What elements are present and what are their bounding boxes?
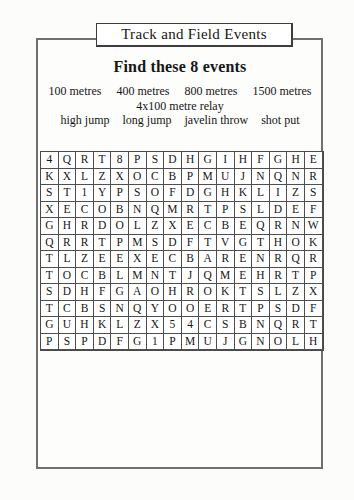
grid-cell-r5c15: N [287, 218, 305, 235]
grid-cell-r1c3: R [76, 152, 94, 169]
grid-cell-r9c10: O [199, 284, 217, 301]
grid-cell-r3c15: Z [287, 185, 305, 202]
grid-cell-r4c7: Q [147, 202, 165, 219]
grid-cell-r11c10: C [199, 317, 217, 334]
grid-cell-r11c13: N [252, 317, 270, 334]
grid-cell-r5c5: O [111, 218, 129, 235]
grid-cell-r8c12: E [235, 268, 253, 285]
grid-cell-r2c16: R [305, 169, 323, 186]
grid-cell-r12c11: J [217, 334, 235, 351]
word-javelin-throw: javelin throw [185, 113, 249, 128]
grid-cell-r1c9: H [182, 152, 200, 169]
grid-cell-r6c9: F [182, 235, 200, 252]
word-high-jump: high jump [60, 113, 109, 128]
grid-cell-r5c3: R [76, 218, 94, 235]
grid-cell-r10c4: S [94, 301, 112, 318]
grid-cell-r3c6: S [129, 185, 147, 202]
word-long-jump: long jump [123, 113, 172, 128]
grid-cell-r2c7: C [147, 169, 165, 186]
grid-cell-r8c14: R [270, 268, 288, 285]
grid-cell-r4c12: S [235, 202, 253, 219]
grid-cell-r5c14: R [270, 218, 288, 235]
grid-cell-r9c6: A [129, 284, 147, 301]
grid-cell-r10c12: T [235, 301, 253, 318]
grid-cell-r2c3: L [76, 169, 94, 186]
grid-cell-r8c9: J [182, 268, 200, 285]
grid-cell-r10c13: P [252, 301, 270, 318]
word-shot-put: shot put [261, 113, 299, 128]
grid-cell-r12c10: U [199, 334, 217, 351]
grid-cell-r5c10: C [199, 218, 217, 235]
grid-cell-r2c10: M [199, 169, 217, 186]
grid-cell-r4c8: M [164, 202, 182, 219]
grid-cell-r1c2: Q [59, 152, 77, 169]
puzzle-heading: Find these 8 events [36, 58, 324, 76]
grid-cell-r2c6: O [129, 169, 147, 186]
grid-cell-r6c4: T [94, 235, 112, 252]
grid-cell-r1c10: G [199, 152, 217, 169]
grid-cell-r3c2: T [59, 185, 77, 202]
grid-cell-r8c1: T [41, 268, 59, 285]
grid-cell-r11c3: H [76, 317, 94, 334]
grid-cell-r7c9: B [182, 251, 200, 268]
grid-cell-r12c12: G [235, 334, 253, 351]
worksheet-page: { "game": "word-search", "title": "Track… [0, 0, 354, 500]
grid-cell-r2c12: J [235, 169, 253, 186]
grid-cell-r6c8: D [164, 235, 182, 252]
grid-cell-r7c10: A [199, 251, 217, 268]
grid-cell-r2c1: K [41, 169, 59, 186]
grid-cell-r7c8: C [164, 251, 182, 268]
word-400-metres: 400 metres [117, 84, 170, 99]
word-list-line-3: high jump long jump javelin throw shot p… [36, 113, 324, 128]
page-title: Track and Field Events [121, 26, 267, 43]
grid-cell-r1c5: 8 [111, 152, 129, 169]
grid-cell-r5c8: X [164, 218, 182, 235]
grid-cell-r12c9: M [182, 334, 200, 351]
grid-cell-r12c6: G [129, 334, 147, 351]
grid-cell-r6c11: V [217, 235, 235, 252]
grid-cell-r5c2: H [59, 218, 77, 235]
grid-cell-r10c7: Y [147, 301, 165, 318]
grid-cell-r10c2: C [59, 301, 77, 318]
grid-cell-r8c15: T [287, 268, 305, 285]
word-1500-metres: 1500 metres [253, 84, 312, 99]
grid-cell-r9c8: H [164, 284, 182, 301]
grid-cell-r12c7: 1 [147, 334, 165, 351]
grid-cell-r1c12: H [235, 152, 253, 169]
grid-cell-r8c16: P [305, 268, 323, 285]
grid-cell-r8c6: M [129, 268, 147, 285]
grid-cell-r9c11: K [217, 284, 235, 301]
grid-cell-r3c13: L [252, 185, 270, 202]
grid-cell-r2c4: Z [94, 169, 112, 186]
grid-cell-r7c16: R [305, 251, 323, 268]
grid-cell-r2c8: B [164, 169, 182, 186]
word-100-metres: 100 metres [49, 84, 102, 99]
grid-cell-r12c8: P [164, 334, 182, 351]
grid-cell-r9c1: S [41, 284, 59, 301]
grid-cell-r7c6: X [129, 251, 147, 268]
word-list-line-1: 100 metres 400 metres 800 metres 1500 me… [36, 84, 324, 99]
grid-cell-r12c14: O [270, 334, 288, 351]
grid-cell-r4c10: T [199, 202, 217, 219]
grid-cell-r1c8: D [164, 152, 182, 169]
grid-cell-r12c2: S [59, 334, 77, 351]
grid-cell-r1c16: E [305, 152, 323, 169]
grid-cell-r7c11: R [217, 251, 235, 268]
grid-cell-r6c16: K [305, 235, 323, 252]
grid-cell-r4c1: X [41, 202, 59, 219]
grid-cell-r4c14: D [270, 202, 288, 219]
grid-cell-r6c13: T [252, 235, 270, 252]
grid-cell-r3c14: I [270, 185, 288, 202]
grid-cell-r3c9: D [182, 185, 200, 202]
grid-cell-r9c15: Z [287, 284, 305, 301]
grid-cell-r7c3: Z [76, 251, 94, 268]
grid-cell-r11c1: G [41, 317, 59, 334]
grid-cell-r3c7: O [147, 185, 165, 202]
grid-cell-r11c9: 4 [182, 317, 200, 334]
grid-cell-r10c5: N [111, 301, 129, 318]
word-list-line-2: 4x100 metre relay [36, 99, 324, 114]
grid-cell-r7c13: N [252, 251, 270, 268]
grid-cell-r7c14: R [270, 251, 288, 268]
grid-cell-r10c15: D [287, 301, 305, 318]
grid-cell-r1c11: I [217, 152, 235, 169]
grid-cell-r1c15: H [287, 152, 305, 169]
grid-cell-r3c8: F [164, 185, 182, 202]
grid-cell-r7c7: E [147, 251, 165, 268]
grid-cell-r5c1: G [41, 218, 59, 235]
grid-cell-r8c3: C [76, 268, 94, 285]
grid-cell-r4c3: C [76, 202, 94, 219]
grid-cell-r10c1: T [41, 301, 59, 318]
grid-cell-r2c9: P [182, 169, 200, 186]
grid-cell-r12c4: D [94, 334, 112, 351]
grid-cell-r3c1: S [41, 185, 59, 202]
grid-cell-r7c1: T [41, 251, 59, 268]
grid-cell-r9c16: X [305, 284, 323, 301]
grid-cell-r4c2: E [59, 202, 77, 219]
grid-cell-r11c2: U [59, 317, 77, 334]
grid-cell-r10c11: R [217, 301, 235, 318]
grid-cell-r4c16: F [305, 202, 323, 219]
grid-cell-r10c16: F [305, 301, 323, 318]
grid-cell-r3c11: H [217, 185, 235, 202]
grid-cell-r12c1: P [41, 334, 59, 351]
grid-cell-r2c5: X [111, 169, 129, 186]
grid-cell-r3c3: 1 [76, 185, 94, 202]
grid-cell-r9c7: O [147, 284, 165, 301]
grid-cell-r8c8: T [164, 268, 182, 285]
grid-cell-r12c3: P [76, 334, 94, 351]
grid-cell-r5c6: L [129, 218, 147, 235]
grid-cell-r12c15: L [287, 334, 305, 351]
grid-cell-r7c2: L [59, 251, 77, 268]
grid-cell-r9c4: F [94, 284, 112, 301]
grid-cell-r9c2: D [59, 284, 77, 301]
grid-cell-r11c4: K [94, 317, 112, 334]
grid-cell-r9c5: G [111, 284, 129, 301]
grid-cell-r11c6: Z [129, 317, 147, 334]
grid-cell-r4c15: E [287, 202, 305, 219]
grid-cell-r5c9: E [182, 218, 200, 235]
grid-cell-r2c14: Q [270, 169, 288, 186]
grid-cell-r12c16: H [305, 334, 323, 351]
grid-cell-r1c7: S [147, 152, 165, 169]
grid-cell-r3c12: K [235, 185, 253, 202]
grid-cell-r6c14: H [270, 235, 288, 252]
grid-cell-r11c15: R [287, 317, 305, 334]
grid-cell-r7c5: E [111, 251, 129, 268]
grid-cell-r3c16: S [305, 185, 323, 202]
grid-cell-r8c2: O [59, 268, 77, 285]
word-800-metres: 800 metres [185, 84, 238, 99]
grid-cell-r10c3: B [76, 301, 94, 318]
grid-cell-r6c15: O [287, 235, 305, 252]
grid-cell-r10c8: O [164, 301, 182, 318]
grid-cell-r8c5: L [111, 268, 129, 285]
grid-cell-r4c9: R [182, 202, 200, 219]
grid-cell-r11c11: S [217, 317, 235, 334]
grid-cell-r11c7: X [147, 317, 165, 334]
grid-cell-r3c5: P [111, 185, 129, 202]
title-box: Track and Field Events [96, 23, 293, 47]
grid-cell-r3c4: Y [94, 185, 112, 202]
grid-cell-r8c13: H [252, 268, 270, 285]
grid-cell-r10c14: S [270, 301, 288, 318]
grid-cell-r1c14: G [270, 152, 288, 169]
grid-cell-r4c11: P [217, 202, 235, 219]
grid-cell-r5c4: D [94, 218, 112, 235]
grid-cell-r7c15: Q [287, 251, 305, 268]
grid-cell-r7c12: E [235, 251, 253, 268]
grid-cell-r2c11: U [217, 169, 235, 186]
grid-cell-r7c4: E [94, 251, 112, 268]
grid-cell-r9c9: R [182, 284, 200, 301]
grid-cell-r10c10: E [199, 301, 217, 318]
word-4x100-metre-relay: 4x100 metre relay [136, 99, 223, 114]
grid-cell-r5c16: W [305, 218, 323, 235]
grid-cell-r6c12: G [235, 235, 253, 252]
grid-cell-r5c7: Z [147, 218, 165, 235]
grid-cell-r6c6: M [129, 235, 147, 252]
grid-cell-r6c5: P [111, 235, 129, 252]
grid-cell-r9c3: H [76, 284, 94, 301]
grid-cell-r11c5: L [111, 317, 129, 334]
grid-cell-r6c2: R [59, 235, 77, 252]
grid-cell-r2c15: N [287, 169, 305, 186]
grid-cell-r5c11: B [217, 218, 235, 235]
grid-cell-r6c10: T [199, 235, 217, 252]
grid-cell-r1c4: T [94, 152, 112, 169]
grid-cell-r11c16: T [305, 317, 323, 334]
grid-cell-r3c10: G [199, 185, 217, 202]
grid-cell-r12c13: N [252, 334, 270, 351]
grid-cell-r5c12: E [235, 218, 253, 235]
grid-cell-r9c12: T [235, 284, 253, 301]
grid-cell-r8c11: M [217, 268, 235, 285]
grid-cell-r10c6: Q [129, 301, 147, 318]
grid-cell-r6c3: R [76, 235, 94, 252]
grid-cell-r2c2: X [59, 169, 77, 186]
grid-cell-r11c14: Q [270, 317, 288, 334]
grid-cell-r10c9: O [182, 301, 200, 318]
grid-cell-r9c13: S [252, 284, 270, 301]
grid-cell-r8c10: Q [199, 268, 217, 285]
grid-cell-r1c13: F [252, 152, 270, 169]
grid-cell-r4c13: L [252, 202, 270, 219]
grid-cell-r8c4: B [94, 268, 112, 285]
word-search-grid: 4QRT8PSDHGIHFGHEKXLZXOCBPMUJNQNRST1YPSOF… [40, 151, 324, 351]
grid-cell-r4c5: B [111, 202, 129, 219]
grid-cell-r2c13: N [252, 169, 270, 186]
grid-cell-r1c6: P [129, 152, 147, 169]
grid-cell-r12c5: F [111, 334, 129, 351]
grid-cell-r5c13: Q [252, 218, 270, 235]
grid-cell-r4c4: O [94, 202, 112, 219]
grid-cell-r8c7: N [147, 268, 165, 285]
grid-cell-r6c7: S [147, 235, 165, 252]
grid-cell-r1c1: 4 [41, 152, 59, 169]
grid-cell-r4c6: N [129, 202, 147, 219]
grid-cell-r11c12: B [235, 317, 253, 334]
grid-cell-r11c8: 5 [164, 317, 182, 334]
grid-cell-r9c14: L [270, 284, 288, 301]
grid-cell-r6c1: Q [41, 235, 59, 252]
